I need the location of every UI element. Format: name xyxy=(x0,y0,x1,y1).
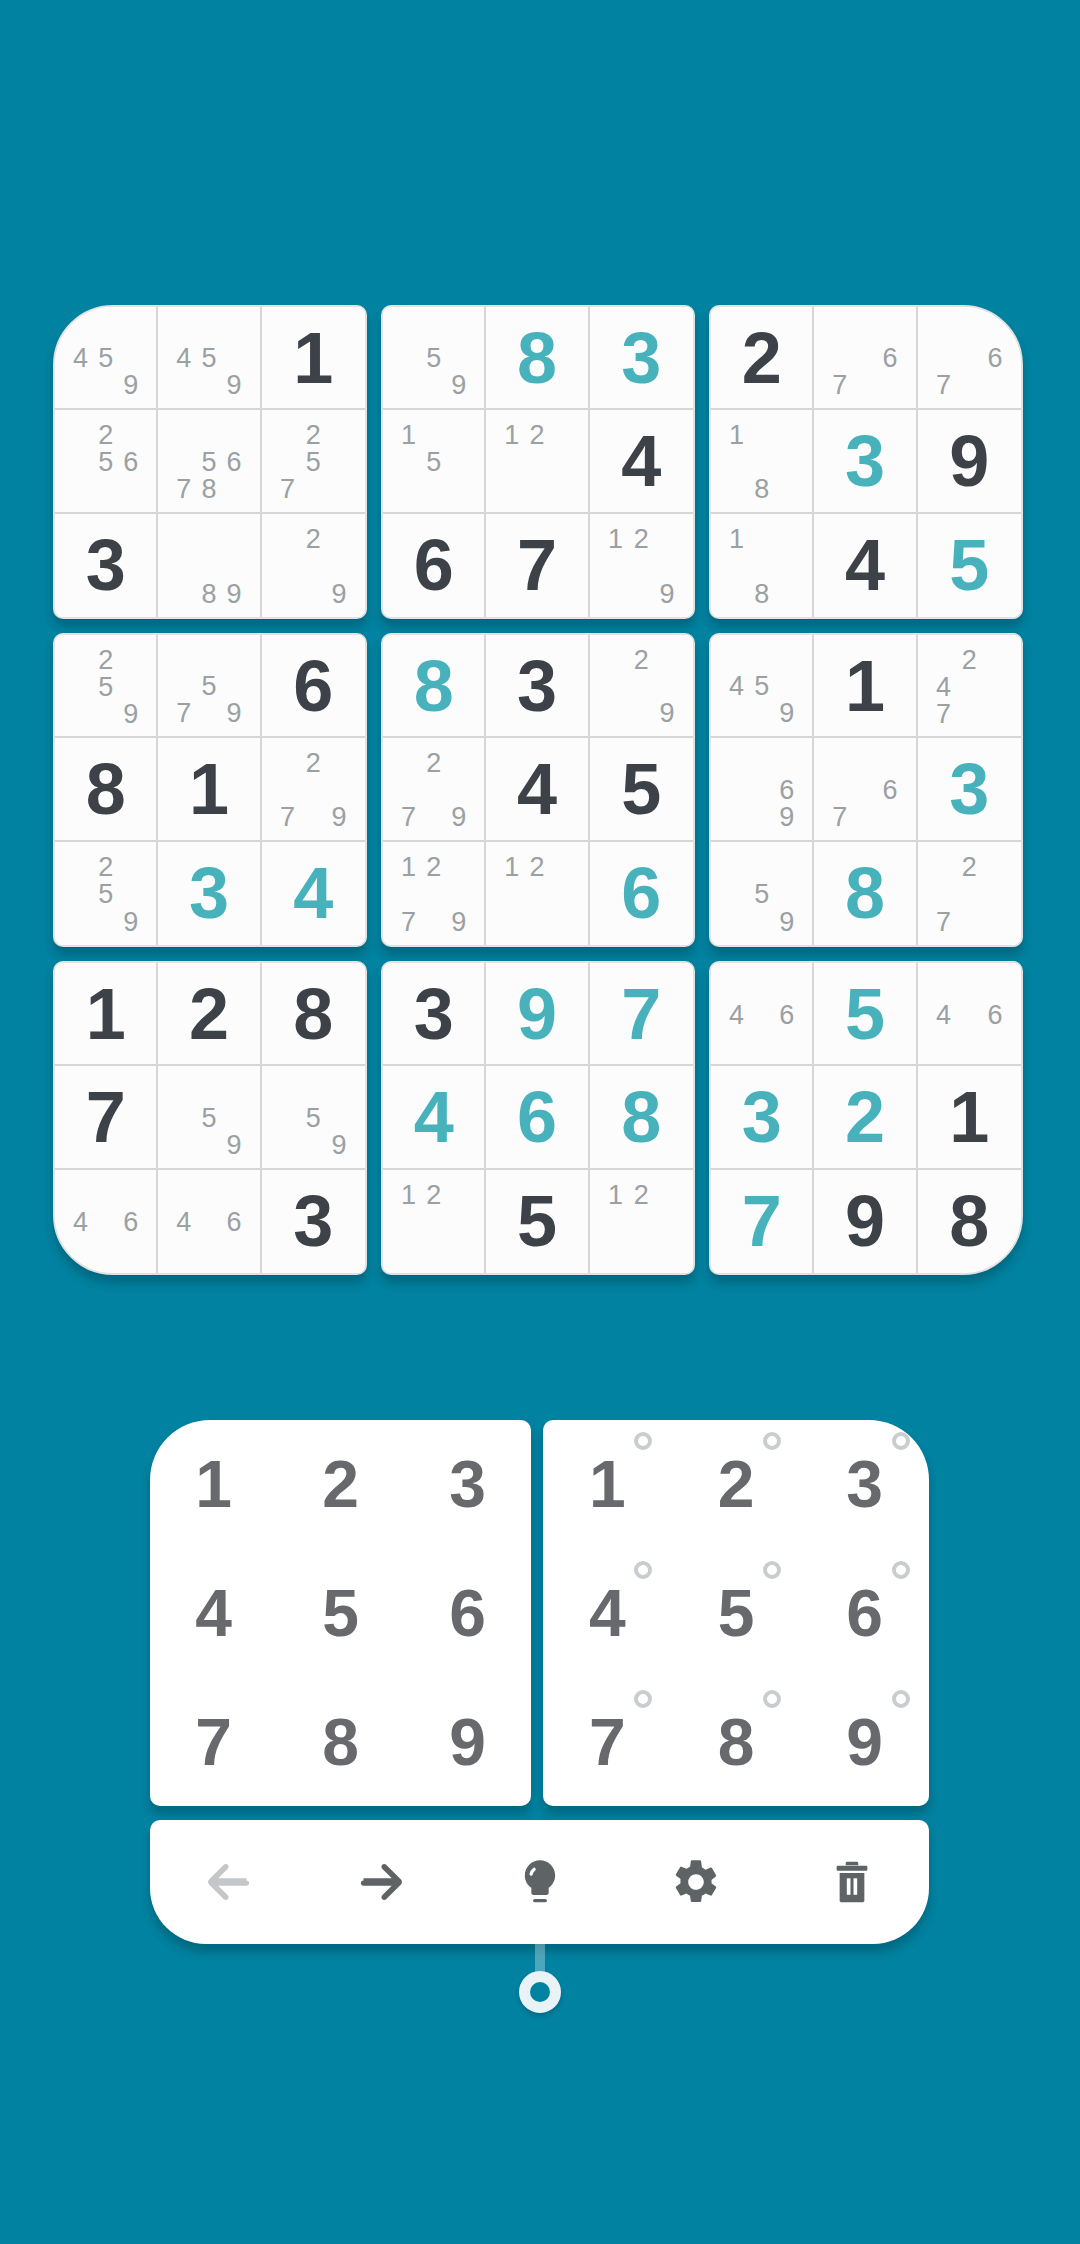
given-digit: 7 xyxy=(517,529,557,601)
hint-button[interactable] xyxy=(512,1854,568,1910)
entered-digit: 9 xyxy=(517,978,557,1050)
cell-r4c8[interactable]: 1 xyxy=(814,635,917,738)
cell-r6c2[interactable]: 3 xyxy=(158,842,261,945)
cell-r8c6[interactable]: 8 xyxy=(590,1066,693,1169)
cell-r3c9[interactable]: 5 xyxy=(918,514,1021,617)
cell-r2c4[interactable]: 15 xyxy=(383,410,486,513)
cell-r3c6[interactable]: 129 xyxy=(590,514,693,617)
entered-digit: 3 xyxy=(742,1081,782,1153)
note-ring-icon xyxy=(634,1561,652,1579)
pencil-marks: 279 xyxy=(262,738,365,839)
pencil-marks: 129 xyxy=(590,514,693,617)
given-digit: 4 xyxy=(517,753,557,825)
given-digit: 8 xyxy=(86,753,126,825)
pencil-mark-7: 7 xyxy=(396,804,421,831)
given-digit: 8 xyxy=(949,1185,989,1257)
entered-digit: 3 xyxy=(189,857,229,929)
pencil-marks: 67 xyxy=(814,738,915,839)
keypad-note-6[interactable]: 6 xyxy=(800,1549,929,1678)
cell-r3c7[interactable]: 18 xyxy=(711,514,814,617)
given-digit: 3 xyxy=(293,1185,333,1257)
cell-r6c7[interactable]: 59 xyxy=(711,842,814,945)
given-digit: 4 xyxy=(845,529,885,601)
cell-r1c4[interactable]: 59 xyxy=(383,307,486,410)
pencil-mark-6: 6 xyxy=(774,777,799,804)
keypad-note-2[interactable]: 2 xyxy=(672,1420,801,1549)
pencil-mark-1: 1 xyxy=(396,854,421,881)
cell-r5c6[interactable]: 5 xyxy=(590,738,693,841)
given-digit: 7 xyxy=(86,1081,126,1153)
pencil-mark-9: 9 xyxy=(326,1132,352,1159)
cell-r9c7[interactable]: 7 xyxy=(711,1170,814,1273)
box-7: 1287595946463 xyxy=(53,961,367,1275)
pencil-marks: 12 xyxy=(590,1170,693,1273)
pencil-marks: 459 xyxy=(158,307,259,408)
pencil-mark-6: 6 xyxy=(878,777,903,804)
cell-r6c1[interactable]: 259 xyxy=(55,842,158,945)
given-digit: 3 xyxy=(414,978,454,1050)
keypad-digit: 8 xyxy=(718,1709,755,1775)
entered-digit: 7 xyxy=(742,1185,782,1257)
cell-r7c4[interactable]: 3 xyxy=(383,963,486,1066)
cell-r2c5[interactable]: 12 xyxy=(486,410,589,513)
arrow-left-icon xyxy=(201,1856,253,1908)
cell-r4c3[interactable]: 6 xyxy=(262,635,365,738)
given-digit: 3 xyxy=(517,650,557,722)
cell-r9c5[interactable]: 5 xyxy=(486,1170,589,1273)
pencil-mark-9: 9 xyxy=(326,581,352,608)
entered-digit: 5 xyxy=(845,978,885,1050)
pencil-mark-5: 5 xyxy=(749,673,774,700)
pencil-marks: 12 xyxy=(486,842,587,945)
pencil-mark-2: 2 xyxy=(421,750,446,777)
pencil-mark-7: 7 xyxy=(931,909,957,936)
pencil-mark-2: 2 xyxy=(300,422,326,449)
entered-digit: 8 xyxy=(414,650,454,722)
entered-digit: 8 xyxy=(621,1081,661,1153)
pencil-marks: 459 xyxy=(711,635,812,736)
pencil-marks: 59 xyxy=(383,307,484,408)
cell-r5c8[interactable]: 67 xyxy=(814,738,917,841)
cell-r5c1[interactable]: 8 xyxy=(55,738,158,841)
keypad-digit: 6 xyxy=(449,1580,486,1646)
keypad-digit: 3 xyxy=(846,1451,883,1517)
pencil-mark-6: 6 xyxy=(982,1002,1008,1029)
pencil-mark-5: 5 xyxy=(300,449,326,476)
pencil-marks: 67 xyxy=(918,307,1021,408)
pencil-mark-5: 5 xyxy=(421,345,446,372)
keypad-note-3[interactable]: 3 xyxy=(800,1420,929,1549)
cell-r9c4[interactable]: 12 xyxy=(383,1170,486,1273)
pencil-mark-2: 2 xyxy=(93,854,118,881)
pencil-mark-1: 1 xyxy=(603,1182,629,1209)
pencil-mark-9: 9 xyxy=(118,701,143,728)
pencil-mark-7: 7 xyxy=(275,476,301,503)
cell-r3c5[interactable]: 7 xyxy=(486,514,589,617)
given-digit: 9 xyxy=(845,1185,885,1257)
cell-r4c5[interactable]: 3 xyxy=(486,635,589,738)
pencil-marks: 12 xyxy=(383,1170,484,1273)
pencil-marks: 15 xyxy=(383,410,484,511)
pencil-mark-2: 2 xyxy=(93,422,118,449)
pencil-marks: 69 xyxy=(711,738,812,839)
entered-digit: 2 xyxy=(845,1081,885,1153)
pencil-mark-9: 9 xyxy=(446,804,471,831)
keypad-normal-3[interactable]: 3 xyxy=(404,1420,531,1549)
given-digit: 3 xyxy=(86,529,126,601)
entered-digit: 4 xyxy=(293,857,333,929)
keypad-digit: 3 xyxy=(449,1451,486,1517)
pencil-marks: 46 xyxy=(918,963,1021,1064)
pencil-mark-9: 9 xyxy=(774,804,799,831)
pencil-mark-6: 6 xyxy=(982,345,1008,372)
pencil-mark-2: 2 xyxy=(628,526,654,553)
cell-r5c5[interactable]: 4 xyxy=(486,738,589,841)
pencil-mark-1: 1 xyxy=(499,854,524,881)
cell-r7c2[interactable]: 2 xyxy=(158,963,261,1066)
pencil-mark-1: 1 xyxy=(724,422,749,449)
pencil-marks: 59 xyxy=(262,1066,365,1167)
keypad-note-5[interactable]: 5 xyxy=(672,1549,801,1678)
note-ring-icon xyxy=(892,1432,910,1450)
pencil-mark-1: 1 xyxy=(499,422,524,449)
keypad-digit: 4 xyxy=(195,1580,232,1646)
keypad-normal-8[interactable]: 8 xyxy=(277,1677,404,1806)
keypad-note-9[interactable]: 9 xyxy=(800,1677,929,1806)
cell-r2c3[interactable]: 257 xyxy=(262,410,365,513)
pencil-mark-2: 2 xyxy=(421,854,446,881)
pencil-mark-2: 2 xyxy=(300,526,326,553)
entered-digit: 3 xyxy=(621,322,661,394)
keypad-normal-6[interactable]: 6 xyxy=(404,1549,531,1678)
given-digit: 8 xyxy=(293,978,333,1050)
undo-button[interactable] xyxy=(199,1854,255,1910)
cell-r6c5[interactable]: 12 xyxy=(486,842,589,945)
cell-r7c3[interactable]: 8 xyxy=(262,963,365,1066)
pencil-mark-2: 2 xyxy=(628,1182,654,1209)
pencil-marks: 259 xyxy=(55,842,156,945)
keypad-digit: 1 xyxy=(195,1451,232,1517)
cell-r7c9[interactable]: 46 xyxy=(918,963,1021,1066)
panel-drag-handle[interactable] xyxy=(519,1971,561,2013)
cell-r3c8[interactable]: 4 xyxy=(814,514,917,617)
keypad-note-4[interactable]: 4 xyxy=(543,1549,672,1678)
cell-r2c6[interactable]: 4 xyxy=(590,410,693,513)
cell-r8c1[interactable]: 7 xyxy=(55,1066,158,1169)
cell-r8c4[interactable]: 4 xyxy=(383,1066,486,1169)
keypad-digit: 8 xyxy=(322,1709,359,1775)
pencil-marks: 12 xyxy=(486,410,587,511)
keypad-note-7[interactable]: 7 xyxy=(543,1677,672,1806)
cell-r9c9[interactable]: 8 xyxy=(918,1170,1021,1273)
pencil-mark-4: 4 xyxy=(724,673,749,700)
pencil-mark-1: 1 xyxy=(603,526,629,553)
keypad-digit: 2 xyxy=(322,1451,359,1517)
pencil-mark-9: 9 xyxy=(774,909,799,936)
cell-r7c1[interactable]: 1 xyxy=(55,963,158,1066)
pencil-mark-8: 8 xyxy=(196,581,221,608)
pencil-mark-5: 5 xyxy=(93,449,118,476)
pencil-mark-9: 9 xyxy=(446,372,471,399)
toolbar xyxy=(150,1820,929,1944)
pencil-marks: 59 xyxy=(711,842,812,945)
cell-r5c2[interactable]: 1 xyxy=(158,738,261,841)
lightbulb-icon xyxy=(514,1856,566,1908)
keypad-digit: 9 xyxy=(449,1709,486,1775)
entered-digit: 8 xyxy=(845,857,885,929)
pencil-mark-5: 5 xyxy=(196,1105,221,1132)
note-ring-icon xyxy=(634,1690,652,1708)
given-digit: 4 xyxy=(621,425,661,497)
pencil-mark-7: 7 xyxy=(931,701,957,728)
given-digit: 1 xyxy=(949,1081,989,1153)
given-digit: 6 xyxy=(293,650,333,722)
pencil-mark-4: 4 xyxy=(931,1002,957,1029)
cell-r2c9[interactable]: 9 xyxy=(918,410,1021,513)
pencil-mark-4: 4 xyxy=(68,1209,93,1236)
cell-r8c7[interactable]: 3 xyxy=(711,1066,814,1169)
cell-r1c3[interactable]: 1 xyxy=(262,307,365,410)
entered-digit: 5 xyxy=(949,529,989,601)
cell-r8c2[interactable]: 59 xyxy=(158,1066,261,1169)
cell-r6c6[interactable]: 6 xyxy=(590,842,693,945)
note-ring-icon xyxy=(763,1432,781,1450)
keypad-normal: 123456789 xyxy=(150,1420,531,1806)
cell-r7c7[interactable]: 46 xyxy=(711,963,814,1066)
pencil-marks: 459 xyxy=(55,307,156,408)
cell-r8c9[interactable]: 1 xyxy=(918,1066,1021,1169)
cell-r4c2[interactable]: 579 xyxy=(158,635,261,738)
pencil-mark-6: 6 xyxy=(222,1209,247,1236)
entered-digit: 6 xyxy=(517,1081,557,1153)
cell-r2c7[interactable]: 18 xyxy=(711,410,814,513)
entered-digit: 6 xyxy=(621,857,661,929)
pencil-mark-2: 2 xyxy=(628,647,654,674)
pencil-mark-5: 5 xyxy=(196,345,221,372)
keypad-digit: 5 xyxy=(322,1580,359,1646)
given-digit: 2 xyxy=(742,322,782,394)
pencil-mark-4: 4 xyxy=(171,1209,196,1236)
keypad-digit: 7 xyxy=(195,1709,232,1775)
cell-r7c5[interactable]: 9 xyxy=(486,963,589,1066)
pencil-mark-4: 4 xyxy=(931,674,957,701)
keypad-normal-2[interactable]: 2 xyxy=(277,1420,404,1549)
pencil-mark-6: 6 xyxy=(118,1209,143,1236)
keypad-normal-7[interactable]: 7 xyxy=(150,1677,277,1806)
cell-r5c4[interactable]: 279 xyxy=(383,738,486,841)
cell-r1c1[interactable]: 459 xyxy=(55,307,158,410)
pencil-mark-6: 6 xyxy=(118,449,143,476)
cell-r4c7[interactable]: 459 xyxy=(711,635,814,738)
keypad-note-8[interactable]: 8 xyxy=(672,1677,801,1806)
cell-r4c4[interactable]: 8 xyxy=(383,635,486,738)
box-9: 46546321798 xyxy=(709,961,1023,1275)
cell-r5c9[interactable]: 3 xyxy=(918,738,1021,841)
cell-r6c3[interactable]: 4 xyxy=(262,842,365,945)
given-digit: 9 xyxy=(949,425,989,497)
pencil-mark-5: 5 xyxy=(196,673,221,700)
keypad-normal-9[interactable]: 9 xyxy=(404,1677,531,1806)
keypad-note: 123456789 xyxy=(543,1420,929,1806)
pencil-mark-9: 9 xyxy=(222,1132,247,1159)
keypad-normal-5[interactable]: 5 xyxy=(277,1549,404,1678)
pencil-mark-2: 2 xyxy=(524,422,549,449)
pencil-marks: 67 xyxy=(814,307,915,408)
pencil-mark-6: 6 xyxy=(878,345,903,372)
pencil-mark-9: 9 xyxy=(654,700,680,727)
pencil-mark-4: 4 xyxy=(724,1002,749,1029)
keypad-digit: 7 xyxy=(589,1709,626,1775)
given-digit: 2 xyxy=(189,978,229,1050)
box-8: 39746812512 xyxy=(381,961,695,1275)
cell-r3c2[interactable]: 89 xyxy=(158,514,261,617)
cell-r8c5[interactable]: 6 xyxy=(486,1066,589,1169)
box-6: 45912476967359827 xyxy=(709,633,1023,947)
pencil-mark-4: 4 xyxy=(171,345,196,372)
keypad-normal-4[interactable]: 4 xyxy=(150,1549,277,1678)
pencil-mark-5: 5 xyxy=(749,881,774,908)
cell-r8c8[interactable]: 2 xyxy=(814,1066,917,1169)
cell-r6c4[interactable]: 1279 xyxy=(383,842,486,945)
cell-r1c6[interactable]: 3 xyxy=(590,307,693,410)
cell-r7c6[interactable]: 7 xyxy=(590,963,693,1066)
cell-r9c3[interactable]: 3 xyxy=(262,1170,365,1273)
cell-r3c1[interactable]: 3 xyxy=(55,514,158,617)
cell-r2c8[interactable]: 3 xyxy=(814,410,917,513)
settings-button[interactable] xyxy=(668,1854,724,1910)
sudoku-app-screen: 4594591256567825738929598315124671292676… xyxy=(0,0,1080,2244)
redo-button[interactable] xyxy=(355,1854,411,1910)
pencil-marks: 29 xyxy=(262,514,365,617)
pencil-marks: 46 xyxy=(158,1170,259,1273)
pencil-marks: 59 xyxy=(158,1066,259,1167)
sudoku-board: 4594591256567825738929598315124671292676… xyxy=(53,305,1023,1275)
box-1: 4594591256567825738929 xyxy=(53,305,367,619)
given-digit: 5 xyxy=(517,1185,557,1257)
cell-r6c9[interactable]: 27 xyxy=(918,842,1021,945)
pencil-mark-7: 7 xyxy=(827,372,852,399)
box-5: 8329279451279126 xyxy=(381,633,695,947)
cell-r2c2[interactable]: 5678 xyxy=(158,410,261,513)
keypad-note-1[interactable]: 1 xyxy=(543,1420,672,1549)
pencil-marks: 5678 xyxy=(158,410,259,511)
given-digit: 6 xyxy=(414,529,454,601)
entered-digit: 8 xyxy=(517,322,557,394)
pencil-mark-9: 9 xyxy=(222,700,247,727)
cell-r1c2[interactable]: 459 xyxy=(158,307,261,410)
cell-r9c1[interactable]: 46 xyxy=(55,1170,158,1273)
pencil-mark-8: 8 xyxy=(196,476,221,503)
cell-r9c2[interactable]: 46 xyxy=(158,1170,261,1273)
cell-r1c7[interactable]: 2 xyxy=(711,307,814,410)
cell-r4c6[interactable]: 29 xyxy=(590,635,693,738)
cell-r9c6[interactable]: 12 xyxy=(590,1170,693,1273)
arrow-right-icon xyxy=(357,1856,409,1908)
cell-r1c5[interactable]: 8 xyxy=(486,307,589,410)
pencil-marks: 279 xyxy=(383,738,484,839)
pencil-marks: 579 xyxy=(158,635,259,736)
pencil-marks: 257 xyxy=(262,410,365,511)
cell-r6c8[interactable]: 8 xyxy=(814,842,917,945)
cell-r1c9[interactable]: 67 xyxy=(918,307,1021,410)
pencil-marks: 1279 xyxy=(383,842,484,945)
pencil-mark-1: 1 xyxy=(396,422,421,449)
note-ring-icon xyxy=(892,1690,910,1708)
pencil-mark-9: 9 xyxy=(326,804,352,831)
cell-r4c1[interactable]: 259 xyxy=(55,635,158,738)
pencil-mark-1: 1 xyxy=(724,526,749,553)
cell-r3c3[interactable]: 29 xyxy=(262,514,365,617)
given-digit: 1 xyxy=(293,322,333,394)
pencil-mark-5: 5 xyxy=(93,345,118,372)
cell-r4c9[interactable]: 247 xyxy=(918,635,1021,738)
pencil-marks: 18 xyxy=(711,514,812,617)
pencil-mark-7: 7 xyxy=(171,476,196,503)
pencil-mark-9: 9 xyxy=(446,909,471,936)
pencil-mark-2: 2 xyxy=(93,647,118,674)
pencil-mark-9: 9 xyxy=(118,909,143,936)
entered-digit: 4 xyxy=(414,1081,454,1153)
cell-r2c1[interactable]: 256 xyxy=(55,410,158,513)
pencil-marks: 27 xyxy=(918,842,1021,945)
pencil-marks: 259 xyxy=(55,635,156,736)
pencil-mark-6: 6 xyxy=(222,449,247,476)
keypad-normal-1[interactable]: 1 xyxy=(150,1420,277,1549)
pencil-marks: 46 xyxy=(711,963,812,1064)
pencil-mark-2: 2 xyxy=(956,854,982,881)
pencil-marks: 247 xyxy=(918,635,1021,736)
pencil-mark-2: 2 xyxy=(956,647,982,674)
cell-r7c8[interactable]: 5 xyxy=(814,963,917,1066)
pencil-mark-7: 7 xyxy=(931,372,957,399)
pencil-marks: 18 xyxy=(711,410,812,511)
pencil-mark-2: 2 xyxy=(300,750,326,777)
cell-r5c3[interactable]: 279 xyxy=(262,738,365,841)
pencil-mark-5: 5 xyxy=(300,1105,326,1132)
cell-r1c8[interactable]: 67 xyxy=(814,307,917,410)
pencil-mark-9: 9 xyxy=(654,581,680,608)
cell-r3c4[interactable]: 6 xyxy=(383,514,486,617)
box-2: 59831512467129 xyxy=(381,305,695,619)
note-ring-icon xyxy=(763,1690,781,1708)
entered-digit: 3 xyxy=(949,753,989,825)
cell-r9c8[interactable]: 9 xyxy=(814,1170,917,1273)
box-4: 25957968127925934 xyxy=(53,633,367,947)
entered-digit: 7 xyxy=(621,978,661,1050)
pencil-mark-1: 1 xyxy=(396,1182,421,1209)
keypad-digit: 5 xyxy=(718,1580,755,1646)
given-digit: 1 xyxy=(189,753,229,825)
pencil-mark-8: 8 xyxy=(749,581,774,608)
entered-digit: 3 xyxy=(845,425,885,497)
pencil-mark-4: 4 xyxy=(68,345,93,372)
pencil-mark-5: 5 xyxy=(196,449,221,476)
pencil-marks: 29 xyxy=(590,635,693,736)
pencil-mark-6: 6 xyxy=(774,1002,799,1029)
pencil-mark-2: 2 xyxy=(421,1182,446,1209)
cell-r5c7[interactable]: 69 xyxy=(711,738,814,841)
keypad-digit: 2 xyxy=(718,1451,755,1517)
pencil-marks: 89 xyxy=(158,514,259,617)
pencil-mark-8: 8 xyxy=(749,476,774,503)
pencil-marks: 46 xyxy=(55,1170,156,1273)
note-ring-icon xyxy=(763,1561,781,1579)
pencil-mark-5: 5 xyxy=(93,881,118,908)
delete-button[interactable] xyxy=(824,1854,880,1910)
pencil-mark-9: 9 xyxy=(222,581,247,608)
given-digit: 1 xyxy=(845,650,885,722)
cell-r8c3[interactable]: 59 xyxy=(262,1066,365,1169)
